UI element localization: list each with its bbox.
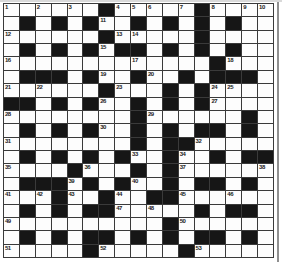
clue-number-8: 8 — [211, 4, 214, 10]
cell-r7c16[interactable] — [242, 84, 257, 96]
cell-r18c12[interactable] — [179, 231, 194, 243]
cell-r1c12[interactable]: 7 — [179, 4, 194, 16]
cell-r6c5[interactable] — [68, 71, 83, 83]
clue-number-39: 39 — [69, 178, 75, 184]
cell-r16c5[interactable] — [68, 205, 83, 217]
cell-r13c15[interactable] — [226, 164, 241, 176]
cell-r16c17[interactable] — [258, 205, 273, 217]
cell-r11c10[interactable] — [147, 138, 162, 150]
black-cell-r1c13 — [195, 4, 210, 16]
cell-r2c12[interactable] — [179, 17, 194, 29]
black-cell-r2c15 — [226, 17, 241, 29]
cell-r7c15[interactable]: 25 — [226, 84, 241, 96]
cell-r13c3[interactable] — [36, 164, 51, 176]
cell-r2c7[interactable]: 11 — [99, 17, 114, 29]
cell-r19c5[interactable] — [68, 245, 83, 257]
cell-r11c14[interactable] — [210, 138, 225, 150]
cell-r5c7[interactable] — [99, 57, 114, 69]
cell-r7c9[interactable] — [131, 84, 146, 96]
cell-r13c14[interactable] — [210, 164, 225, 176]
cell-r9c5[interactable] — [68, 111, 83, 123]
cell-r5c1[interactable]: 16 — [4, 57, 19, 69]
black-cell-r8c13 — [195, 98, 210, 110]
clue-number-52: 52 — [100, 245, 106, 251]
cell-r1c14[interactable]: 8 — [210, 4, 225, 16]
clue-number-49: 49 — [5, 218, 11, 224]
cell-r14c1[interactable] — [4, 178, 19, 190]
cell-r14c12[interactable] — [179, 178, 194, 190]
cell-r4c16[interactable] — [242, 44, 257, 56]
cell-r12c1[interactable] — [4, 151, 19, 163]
cell-r1c1[interactable]: 1 — [4, 4, 19, 16]
clue-number-26: 26 — [100, 98, 106, 104]
cell-r1c11[interactable] — [163, 4, 178, 16]
cell-r7c17[interactable] — [258, 84, 273, 96]
cell-r7c4[interactable] — [52, 84, 67, 96]
cell-r11c17[interactable] — [258, 138, 273, 150]
cell-r15c5[interactable]: 43 — [68, 191, 83, 203]
black-cell-r16c2 — [20, 205, 35, 217]
black-cell-r14c11 — [163, 178, 178, 190]
cell-r17c2[interactable] — [20, 218, 35, 230]
black-cell-r14c14 — [210, 178, 225, 190]
cell-r9c6[interactable] — [83, 111, 98, 123]
cell-r4c7[interactable]: 15 — [99, 44, 114, 56]
cell-r10c10[interactable] — [147, 124, 162, 136]
cell-r11c13[interactable]: 32 — [195, 138, 210, 150]
black-cell-r2c11 — [163, 17, 178, 29]
cell-r11c15[interactable] — [226, 138, 241, 150]
cell-r19c13[interactable]: 53 — [195, 245, 210, 257]
cell-r2c5[interactable] — [68, 17, 83, 29]
cell-r15c8[interactable]: 44 — [115, 191, 130, 203]
cell-r13c16[interactable] — [242, 164, 257, 176]
black-cell-r8c11 — [163, 98, 178, 110]
cell-r5c3[interactable] — [36, 57, 51, 69]
cell-r17c3[interactable] — [36, 218, 51, 230]
cell-r9c17[interactable] — [258, 111, 273, 123]
clue-number-11: 11 — [100, 17, 105, 23]
cell-r1c5[interactable]: 3 — [68, 4, 83, 16]
cell-r3c14[interactable] — [210, 31, 225, 43]
clue-number-33: 33 — [132, 151, 138, 157]
black-cell-r8c6 — [83, 98, 98, 110]
cell-r5c17[interactable] — [258, 57, 273, 69]
cell-r10c3[interactable] — [36, 124, 51, 136]
black-cell-r16c7 — [99, 205, 114, 217]
cell-r4c1[interactable] — [4, 44, 19, 56]
black-cell-r12c16 — [242, 151, 257, 163]
cell-r11c6[interactable] — [83, 138, 98, 150]
cell-r18c3[interactable] — [36, 231, 51, 243]
cell-r1c2[interactable] — [20, 4, 35, 16]
black-cell-r14c2 — [20, 178, 35, 190]
cell-r5c2[interactable] — [20, 57, 35, 69]
cell-r3c16[interactable] — [242, 31, 257, 43]
black-cell-r13c5 — [68, 164, 83, 176]
cell-r13c6[interactable]: 36 — [83, 164, 98, 176]
black-cell-r8c9 — [131, 98, 146, 110]
cell-r1c17[interactable]: 10 — [258, 4, 273, 16]
cell-r7c6[interactable] — [83, 84, 98, 96]
cell-r17c4[interactable] — [52, 218, 67, 230]
cell-r19c14[interactable] — [210, 245, 225, 257]
cell-r8c17[interactable] — [258, 98, 273, 110]
cell-r9c12[interactable] — [179, 111, 194, 123]
cell-r16c12[interactable] — [179, 205, 194, 217]
cell-r7c1[interactable]: 21 — [4, 84, 19, 96]
cell-r9c7[interactable] — [99, 111, 114, 123]
cell-r10c1[interactable] — [4, 124, 19, 136]
cell-r15c6[interactable] — [83, 191, 98, 203]
cell-r11c2[interactable] — [20, 138, 35, 150]
cell-r16c14[interactable] — [210, 205, 225, 217]
cell-r7c3[interactable]: 22 — [36, 84, 51, 96]
cell-r18c8[interactable] — [115, 231, 130, 243]
cell-r3c9[interactable]: 14 — [131, 31, 146, 43]
cell-r17c16[interactable] — [242, 218, 257, 230]
cell-r7c12[interactable] — [179, 84, 194, 96]
black-cell-r6c9 — [131, 71, 146, 83]
cell-r15c12[interactable]: 45 — [179, 191, 194, 203]
cell-r13c1[interactable]: 35 — [4, 164, 19, 176]
cell-r15c17[interactable] — [258, 191, 273, 203]
cell-r12c5[interactable] — [68, 151, 83, 163]
black-cell-r10c11 — [163, 124, 178, 136]
cell-r9c15[interactable] — [226, 111, 241, 123]
cell-r18c1[interactable] — [4, 231, 19, 243]
cell-r9c4[interactable] — [52, 111, 67, 123]
black-cell-r16c4 — [52, 205, 67, 217]
black-cell-r16c13 — [195, 205, 210, 217]
cell-r3c10[interactable] — [147, 31, 162, 43]
cell-r9c13[interactable] — [195, 111, 210, 123]
cell-r9c1[interactable]: 28 — [4, 111, 19, 123]
clue-number-25: 25 — [227, 84, 233, 90]
cell-r2c10[interactable] — [147, 17, 162, 29]
cell-r16c9[interactable] — [131, 205, 146, 217]
cell-r3c3[interactable] — [36, 31, 51, 43]
cell-r3c5[interactable] — [68, 31, 83, 43]
cell-r1c9[interactable]: 5 — [131, 4, 146, 16]
cell-r6c1[interactable] — [4, 71, 19, 83]
cell-r13c7[interactable] — [99, 164, 114, 176]
cell-r6c7[interactable]: 19 — [99, 71, 114, 83]
cell-r14c15[interactable] — [226, 178, 241, 190]
cell-r10c17[interactable] — [258, 124, 273, 136]
cell-r11c7[interactable] — [99, 138, 114, 150]
cell-r19c3[interactable] — [36, 245, 51, 257]
cell-r5c6[interactable] — [83, 57, 98, 69]
cell-r13c17[interactable]: 38 — [258, 164, 273, 176]
cell-r6c13[interactable] — [195, 71, 210, 83]
cell-r3c12[interactable] — [179, 31, 194, 43]
cell-r4c14[interactable] — [210, 44, 225, 56]
cell-r13c12[interactable]: 37 — [179, 164, 194, 176]
cell-r5c5[interactable] — [68, 57, 83, 69]
cell-r15c3[interactable]: 42 — [36, 191, 51, 203]
cell-r8c16[interactable] — [242, 98, 257, 110]
cell-r2c16[interactable] — [242, 17, 257, 29]
black-cell-r12c6 — [83, 151, 98, 163]
cell-r10c5[interactable] — [68, 124, 83, 136]
crossword-grid: 1234567891011121314151617181920212223242… — [3, 3, 274, 258]
cell-r11c8[interactable] — [115, 138, 130, 150]
cell-r8c10[interactable] — [147, 98, 162, 110]
cell-r3c2[interactable] — [20, 31, 35, 43]
cell-r17c10[interactable] — [147, 218, 162, 230]
cell-r2c3[interactable] — [36, 17, 51, 29]
cell-r1c15[interactable] — [226, 4, 241, 16]
cell-r9c10[interactable]: 29 — [147, 111, 162, 123]
cell-r15c14[interactable] — [210, 191, 225, 203]
cell-r7c5[interactable] — [68, 84, 83, 96]
cell-r11c16[interactable] — [242, 138, 257, 150]
cell-r19c7[interactable]: 52 — [99, 245, 114, 257]
cell-r5c4[interactable] — [52, 57, 67, 69]
cell-r3c15[interactable] — [226, 31, 241, 43]
cell-r1c16[interactable]: 9 — [242, 4, 257, 16]
cell-r3c6[interactable] — [83, 31, 98, 43]
cell-r2c1[interactable] — [4, 17, 19, 29]
cell-r10c7[interactable]: 30 — [99, 124, 114, 136]
clue-number-14: 14 — [132, 31, 138, 37]
clue-number-31: 31 — [5, 138, 11, 144]
cell-r15c1[interactable]: 41 — [4, 191, 19, 203]
black-cell-r8c4 — [52, 98, 67, 110]
clue-number-17: 17 — [132, 57, 138, 63]
cell-r8c14[interactable]: 27 — [210, 98, 225, 110]
cell-r1c6[interactable] — [83, 4, 98, 16]
black-cell-r14c4 — [52, 178, 67, 190]
cell-r8c12[interactable] — [179, 98, 194, 110]
cell-r17c9[interactable] — [131, 218, 146, 230]
cell-r4c5[interactable] — [68, 44, 83, 56]
clue-number-5: 5 — [132, 4, 135, 10]
cell-r14c17[interactable] — [258, 178, 273, 190]
black-cell-r10c4 — [52, 124, 67, 136]
clue-number-12: 12 — [5, 31, 11, 37]
clue-number-35: 35 — [5, 164, 11, 170]
cell-r15c13[interactable] — [195, 191, 210, 203]
cell-r7c2[interactable] — [20, 84, 35, 96]
cell-r19c1[interactable]: 51 — [4, 245, 19, 257]
cell-r17c15[interactable] — [226, 218, 241, 230]
cell-r1c10[interactable]: 6 — [147, 4, 162, 16]
cell-r5c11[interactable] — [163, 57, 178, 69]
cell-r17c1[interactable]: 49 — [4, 218, 19, 230]
clue-number-38: 38 — [259, 164, 265, 170]
cell-r9c11[interactable] — [163, 111, 178, 123]
cell-r13c10[interactable] — [147, 164, 162, 176]
clue-number-20: 20 — [148, 71, 154, 77]
clue-number-13: 13 — [116, 31, 122, 37]
cell-r3c4[interactable] — [52, 31, 67, 43]
cell-r6c10[interactable]: 20 — [147, 71, 162, 83]
black-cell-r16c16 — [242, 205, 257, 217]
clue-number-44: 44 — [116, 191, 122, 197]
cell-r2c14[interactable] — [210, 17, 225, 29]
cell-r18c15[interactable] — [226, 231, 241, 243]
cell-r3c11[interactable] — [163, 31, 178, 43]
cell-r10c12[interactable] — [179, 124, 194, 136]
cell-r11c3[interactable] — [36, 138, 51, 150]
cell-r9c3[interactable] — [36, 111, 51, 123]
clue-number-50: 50 — [180, 218, 186, 224]
black-cell-r12c8 — [115, 151, 130, 163]
cell-r19c17[interactable] — [258, 245, 273, 257]
cell-r5c13[interactable] — [195, 57, 210, 69]
cell-r15c9[interactable] — [131, 191, 146, 203]
cell-r4c3[interactable] — [36, 44, 51, 56]
cell-r16c1[interactable] — [4, 205, 19, 217]
black-cell-r6c2 — [20, 71, 35, 83]
black-cell-r12c17 — [258, 151, 273, 163]
cell-r5c8[interactable] — [115, 57, 130, 69]
black-cell-r9c16 — [242, 111, 257, 123]
cell-r6c17[interactable] — [258, 71, 273, 83]
cell-r10c8[interactable] — [115, 124, 130, 136]
cell-r2c17[interactable] — [258, 17, 273, 29]
cell-r14c7[interactable] — [99, 178, 114, 190]
cell-r11c1[interactable]: 31 — [4, 138, 19, 150]
black-cell-r18c7 — [99, 231, 114, 243]
cell-r19c15[interactable] — [226, 245, 241, 257]
cell-r8c8[interactable] — [115, 98, 130, 110]
cell-r4c10[interactable] — [147, 44, 162, 56]
cell-r4c12[interactable] — [179, 44, 194, 56]
cell-r13c8[interactable] — [115, 164, 130, 176]
cell-r3c1[interactable]: 12 — [4, 31, 19, 43]
cell-r16c3[interactable] — [36, 205, 51, 217]
clue-number-48: 48 — [148, 205, 154, 211]
black-cell-r11c12 — [179, 138, 194, 150]
black-cell-r6c14 — [210, 71, 225, 83]
cell-r9c8[interactable] — [115, 111, 130, 123]
black-cell-r6c12 — [179, 71, 194, 83]
cell-r5c16[interactable] — [242, 57, 257, 69]
black-cell-r12c11 — [163, 151, 178, 163]
cell-r13c4[interactable] — [52, 164, 67, 176]
cell-r1c8[interactable]: 4 — [115, 4, 130, 16]
cell-r13c2[interactable] — [20, 164, 35, 176]
cell-r3c8[interactable]: 13 — [115, 31, 130, 43]
cell-r17c17[interactable] — [258, 218, 273, 230]
cell-r6c8[interactable] — [115, 71, 130, 83]
cell-r8c7[interactable]: 26 — [99, 98, 114, 110]
black-cell-r4c9 — [131, 44, 146, 56]
cell-r19c9[interactable] — [131, 245, 146, 257]
cell-r17c6[interactable] — [83, 218, 98, 230]
cell-r17c7[interactable] — [99, 218, 114, 230]
cell-r11c5[interactable] — [68, 138, 83, 150]
cell-r7c10[interactable] — [147, 84, 162, 96]
clue-number-40: 40 — [132, 178, 138, 184]
black-cell-r3c7 — [99, 31, 114, 43]
cell-r19c16[interactable] — [242, 245, 257, 257]
cell-r5c12[interactable] — [179, 57, 194, 69]
clue-number-2: 2 — [37, 4, 40, 10]
cell-r12c10[interactable] — [147, 151, 162, 163]
cell-r9c14[interactable] — [210, 111, 225, 123]
cell-r12c12[interactable]: 34 — [179, 151, 194, 163]
cell-r12c13[interactable] — [195, 151, 210, 163]
cell-r15c15[interactable]: 46 — [226, 191, 241, 203]
black-cell-r19c6 — [83, 245, 98, 257]
cell-r18c5[interactable] — [68, 231, 83, 243]
cell-r9c2[interactable] — [20, 111, 35, 123]
black-cell-r13c11 — [163, 164, 178, 176]
cell-r17c12[interactable]: 50 — [179, 218, 194, 230]
cell-r14c5[interactable]: 39 — [68, 178, 83, 190]
cell-r12c15[interactable] — [226, 151, 241, 163]
cell-r5c9[interactable]: 17 — [131, 57, 146, 69]
cell-r12c3[interactable] — [36, 151, 51, 163]
cell-r14c9[interactable]: 40 — [131, 178, 146, 190]
cell-r4c17[interactable] — [258, 44, 273, 56]
cell-r1c3[interactable]: 2 — [36, 4, 51, 16]
cell-r14c10[interactable] — [147, 178, 162, 190]
cell-r12c7[interactable] — [99, 151, 114, 163]
cell-r19c10[interactable] — [147, 245, 162, 257]
clue-number-47: 47 — [116, 205, 122, 211]
cell-r11c4[interactable] — [52, 138, 67, 150]
black-cell-r11c11 — [163, 138, 178, 150]
cell-r19c8[interactable] — [115, 245, 130, 257]
cell-r10c15[interactable] — [226, 124, 241, 136]
black-cell-r7c7 — [99, 84, 114, 96]
cell-r5c15[interactable]: 18 — [226, 57, 241, 69]
black-cell-r18c13 — [195, 231, 210, 243]
cell-r16c11[interactable] — [163, 205, 178, 217]
cell-r17c13[interactable] — [195, 218, 210, 230]
cell-r13c13[interactable] — [195, 164, 210, 176]
cell-r16c8[interactable]: 47 — [115, 205, 130, 217]
cell-r19c4[interactable] — [52, 245, 67, 257]
black-cell-r4c4 — [52, 44, 67, 56]
clue-number-46: 46 — [227, 191, 233, 197]
clue-number-42: 42 — [37, 191, 43, 197]
cell-r19c11[interactable] — [163, 245, 178, 257]
cell-r15c2[interactable] — [20, 191, 35, 203]
clue-number-1: 1 — [5, 4, 8, 10]
black-cell-r2c9 — [131, 17, 146, 29]
black-cell-r5c14 — [210, 57, 225, 69]
cell-r19c2[interactable] — [20, 245, 35, 257]
cell-r6c11[interactable] — [163, 71, 178, 83]
cell-r16c10[interactable]: 48 — [147, 205, 162, 217]
cell-r1c4[interactable] — [52, 4, 67, 16]
black-cell-r15c4 — [52, 191, 67, 203]
cell-r17c5[interactable] — [68, 218, 83, 230]
cell-r18c10[interactable] — [147, 231, 162, 243]
cell-r15c16[interactable] — [242, 191, 257, 203]
cell-r7c8[interactable]: 23 — [115, 84, 130, 96]
black-cell-r6c3 — [36, 71, 51, 83]
cell-r2c8[interactable] — [115, 17, 130, 29]
cell-r8c3[interactable] — [36, 98, 51, 110]
clue-number-18: 18 — [227, 57, 233, 63]
cell-r8c5[interactable] — [68, 98, 83, 110]
cell-r5c10[interactable] — [147, 57, 162, 69]
cell-r17c8[interactable] — [115, 218, 130, 230]
cell-r7c14[interactable]: 24 — [210, 84, 225, 96]
cell-r8c15[interactable] — [226, 98, 241, 110]
cell-r18c17[interactable] — [258, 231, 273, 243]
cell-r3c17[interactable] — [258, 31, 273, 43]
cell-r17c14[interactable] — [210, 218, 225, 230]
cell-r12c9[interactable]: 33 — [131, 151, 146, 163]
